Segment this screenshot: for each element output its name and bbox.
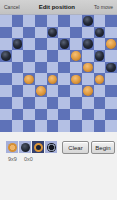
board-cell[interactable] — [82, 38, 94, 50]
board-cell[interactable] — [82, 97, 94, 109]
board-cell[interactable] — [70, 15, 82, 27]
board-cell[interactable] — [105, 50, 117, 62]
black-man — [48, 28, 58, 38]
board-cell[interactable] — [70, 27, 82, 39]
orange-man — [95, 75, 105, 85]
orange-man — [106, 39, 116, 49]
piece-selector — [6, 141, 57, 153]
board-cell[interactable] — [94, 120, 106, 132]
board-cell[interactable] — [82, 50, 94, 62]
board-cell[interactable] — [58, 50, 70, 62]
board-cell[interactable] — [0, 73, 12, 85]
board-cell[interactable] — [35, 62, 47, 74]
board-cell[interactable] — [105, 15, 117, 27]
black-man — [60, 39, 70, 49]
board-cell[interactable] — [23, 109, 35, 121]
orange-man — [48, 75, 58, 85]
board-cell[interactable] — [35, 38, 47, 50]
board-cell[interactable] — [58, 97, 70, 109]
board-cell[interactable] — [58, 85, 70, 97]
begin-button[interactable]: Begin — [91, 141, 115, 154]
orange-man-icon — [8, 143, 17, 152]
board-cell[interactable] — [0, 62, 12, 74]
board-cell[interactable] — [12, 38, 24, 50]
board-cell[interactable] — [23, 73, 35, 85]
board-cell[interactable] — [47, 97, 59, 109]
tool-orange-king[interactable] — [32, 141, 44, 153]
board-cell[interactable] — [70, 38, 82, 50]
board-cell[interactable] — [35, 97, 47, 109]
black-man — [95, 28, 105, 38]
board-cell[interactable] — [58, 73, 70, 85]
board-cell[interactable] — [12, 73, 24, 85]
board-cell[interactable] — [35, 73, 47, 85]
board-cell[interactable] — [23, 120, 35, 132]
black-man — [95, 51, 105, 61]
checkers-board — [0, 15, 117, 132]
board-cell[interactable] — [0, 109, 12, 121]
black-man-icon — [21, 143, 30, 152]
board-cell[interactable] — [82, 62, 94, 74]
board-cell[interactable] — [0, 38, 12, 50]
board-cell[interactable] — [94, 38, 106, 50]
board-cell[interactable] — [47, 62, 59, 74]
board-cell[interactable] — [12, 109, 24, 121]
tool-black-king[interactable] — [45, 141, 57, 153]
board-cell[interactable] — [105, 120, 117, 132]
cancel-button[interactable]: Cancel — [4, 5, 20, 10]
board-cell[interactable] — [0, 85, 12, 97]
orange-man — [71, 75, 81, 85]
board-cell[interactable] — [35, 120, 47, 132]
board-cell[interactable] — [12, 97, 24, 109]
board-cell[interactable] — [47, 73, 59, 85]
board-cell[interactable] — [23, 97, 35, 109]
board-cell[interactable] — [35, 27, 47, 39]
board-cell[interactable] — [47, 15, 59, 27]
black-king-icon — [47, 143, 56, 152]
board-cell[interactable] — [70, 120, 82, 132]
board-cell[interactable] — [94, 85, 106, 97]
board-cell[interactable] — [23, 38, 35, 50]
board-cell[interactable] — [94, 73, 106, 85]
board-cell[interactable] — [70, 97, 82, 109]
board-cell[interactable] — [82, 85, 94, 97]
board-cell[interactable] — [12, 50, 24, 62]
board-cell[interactable] — [58, 62, 70, 74]
board-cell[interactable] — [12, 85, 24, 97]
board-cell[interactable] — [105, 73, 117, 85]
board-cell[interactable] — [47, 85, 59, 97]
board-cell[interactable] — [105, 109, 117, 121]
board-cell[interactable] — [105, 97, 117, 109]
board-cell[interactable] — [35, 85, 47, 97]
board-cell[interactable] — [23, 15, 35, 27]
board-cell[interactable] — [105, 85, 117, 97]
to-move-button[interactable]: To move — [94, 5, 113, 10]
board-cell[interactable] — [0, 97, 12, 109]
board-cell[interactable] — [47, 38, 59, 50]
board-cell[interactable] — [0, 15, 12, 27]
board-cell[interactable] — [58, 27, 70, 39]
board-cell[interactable] — [105, 27, 117, 39]
board-cell[interactable] — [82, 73, 94, 85]
orange-king-icon — [34, 143, 43, 152]
black-man — [83, 39, 93, 49]
board-cell[interactable] — [82, 15, 94, 27]
board-cell[interactable] — [70, 73, 82, 85]
board-cell[interactable] — [12, 62, 24, 74]
orange-man — [71, 51, 81, 61]
board-cell[interactable] — [0, 50, 12, 62]
board-cell[interactable] — [23, 62, 35, 74]
board-cell[interactable] — [94, 97, 106, 109]
tool-orange-man[interactable] — [6, 141, 18, 153]
tool-black-man[interactable] — [19, 141, 31, 153]
board-cell[interactable] — [94, 62, 106, 74]
page-title: Edit position — [39, 4, 75, 10]
board-cell[interactable] — [58, 38, 70, 50]
header-bar: Cancel Edit position To move — [0, 0, 117, 15]
piece-counts: 9x9 0x0 — [8, 157, 33, 163]
board-cell[interactable] — [105, 38, 117, 50]
black-man — [13, 39, 23, 49]
board-cell[interactable] — [47, 50, 59, 62]
board-cell[interactable] — [0, 27, 12, 39]
clear-button[interactable]: Clear — [62, 141, 89, 154]
bottom-panel: 9x9 0x0 Clear Begin — [0, 132, 117, 200]
board-cell[interactable] — [70, 50, 82, 62]
board-cell[interactable] — [35, 109, 47, 121]
board-cell[interactable] — [82, 27, 94, 39]
board-cell[interactable] — [23, 85, 35, 97]
board-cell[interactable] — [82, 109, 94, 121]
black-man — [83, 16, 93, 26]
men-count: 9x9 — [8, 157, 17, 163]
board-cell[interactable] — [35, 15, 47, 27]
kings-count: 0x0 — [24, 157, 33, 163]
board-cell[interactable] — [58, 120, 70, 132]
orange-man — [24, 75, 34, 85]
board-cell[interactable] — [94, 27, 106, 39]
black-man — [106, 63, 116, 73]
board-cell[interactable] — [12, 120, 24, 132]
board-cell[interactable] — [47, 120, 59, 132]
orange-man — [36, 86, 46, 96]
board-cell[interactable] — [70, 62, 82, 74]
board-cell[interactable] — [12, 15, 24, 27]
board-cell[interactable] — [82, 120, 94, 132]
black-man — [1, 51, 11, 61]
board-cell[interactable] — [47, 27, 59, 39]
board-cell[interactable] — [94, 109, 106, 121]
board-cell[interactable] — [58, 15, 70, 27]
board-cell[interactable] — [23, 50, 35, 62]
board-cell[interactable] — [35, 50, 47, 62]
orange-man — [83, 63, 93, 73]
board-cell[interactable] — [70, 85, 82, 97]
board-cell[interactable] — [47, 109, 59, 121]
board-cell[interactable] — [105, 62, 117, 74]
board-cell[interactable] — [23, 27, 35, 39]
board-cell[interactable] — [94, 15, 106, 27]
board-cell[interactable] — [58, 109, 70, 121]
board-cell[interactable] — [94, 50, 106, 62]
orange-man — [83, 86, 93, 96]
board-cell[interactable] — [0, 120, 12, 132]
board-cell[interactable] — [12, 27, 24, 39]
board-cell[interactable] — [70, 109, 82, 121]
